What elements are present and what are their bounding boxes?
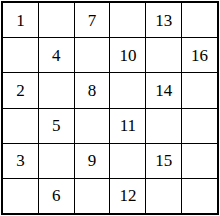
grid-cell-r2c4[interactable]: 10 (110, 38, 145, 72)
grid-cell-r5c2[interactable] (39, 144, 74, 178)
grid-cell-r5c3[interactable]: 9 (75, 144, 110, 178)
grid-cell-r4c2[interactable]: 5 (39, 109, 74, 143)
grid-cell-r4c5[interactable] (146, 109, 181, 143)
grid-cell-r4c3[interactable] (75, 109, 110, 143)
grid-cell-r5c1[interactable]: 3 (3, 144, 38, 178)
grid-cell-r6c2[interactable]: 6 (39, 179, 74, 213)
grid-cell-r4c1[interactable] (3, 109, 38, 143)
grid-cell-r5c5[interactable]: 15 (146, 144, 181, 178)
grid-cell-r2c1[interactable] (3, 38, 38, 72)
grid-cell-r3c1[interactable]: 2 (3, 73, 38, 107)
grid-cell-r3c4[interactable] (110, 73, 145, 107)
grid-cell-r1c2[interactable] (39, 3, 74, 37)
grid-cell-r5c4[interactable] (110, 144, 145, 178)
grid-cell-r5c6[interactable] (182, 144, 217, 178)
puzzle-grid: 17134101628145113915612 (1, 1, 219, 215)
grid-cell-r4c6[interactable] (182, 109, 217, 143)
grid-cell-r1c6[interactable] (182, 3, 217, 37)
grid-cell-r3c3[interactable]: 8 (75, 73, 110, 107)
grid-cell-r3c6[interactable] (182, 73, 217, 107)
grid-cell-r2c5[interactable] (146, 38, 181, 72)
grid-cell-r2c2[interactable]: 4 (39, 38, 74, 72)
grid-cell-r6c6[interactable] (182, 179, 217, 213)
grid-cell-r3c2[interactable] (39, 73, 74, 107)
grid-cell-r6c1[interactable] (3, 179, 38, 213)
grid-cell-r1c5[interactable]: 13 (146, 3, 181, 37)
grid-cell-r4c4[interactable]: 11 (110, 109, 145, 143)
grid-cell-r6c4[interactable]: 12 (110, 179, 145, 213)
grid-cell-r6c3[interactable] (75, 179, 110, 213)
grid-cell-r1c1[interactable]: 1 (3, 3, 38, 37)
grid-cell-r2c3[interactable] (75, 38, 110, 72)
grid-cell-r1c4[interactable] (110, 3, 145, 37)
grid-cell-r1c3[interactable]: 7 (75, 3, 110, 37)
grid-cell-r3c5[interactable]: 14 (146, 73, 181, 107)
grid-cell-r2c6[interactable]: 16 (182, 38, 217, 72)
grid-cell-r6c5[interactable] (146, 179, 181, 213)
